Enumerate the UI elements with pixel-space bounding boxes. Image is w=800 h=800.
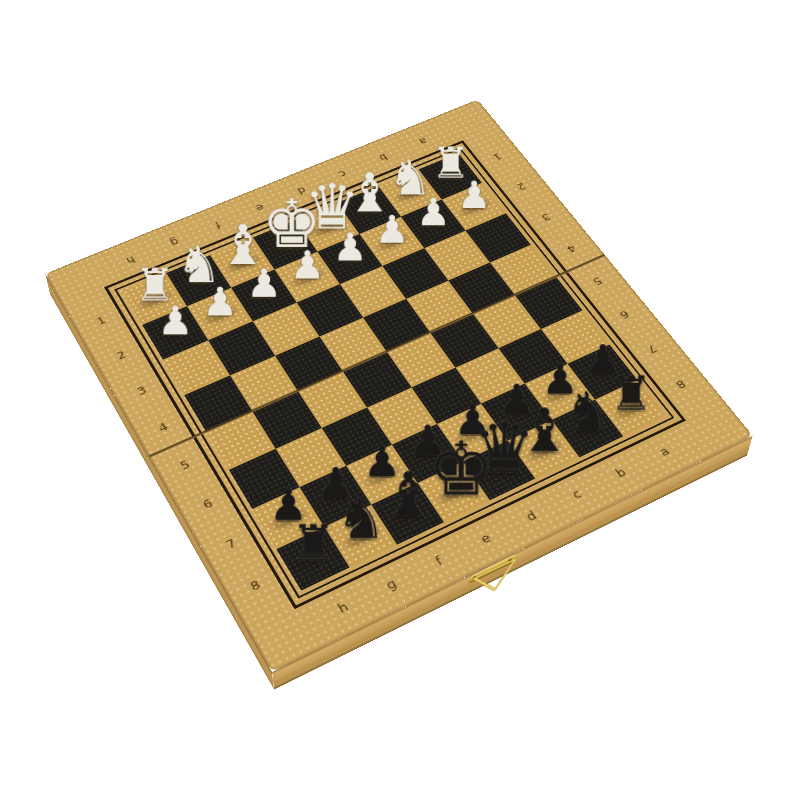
file-label-bottom-b: b bbox=[592, 453, 650, 493]
rank-label-right-6: 6 bbox=[601, 293, 648, 336]
product-photo-background: hhggffeeddccbbaa1122334455667788♜♞♝♛♚♝♞♜… bbox=[0, 0, 800, 800]
rank-label-left-4: 4 bbox=[141, 404, 185, 451]
rank-label-right-4: 4 bbox=[549, 229, 594, 269]
rank-label-right-8: 8 bbox=[656, 362, 705, 407]
chess-set-3d-scene: hhggffeeddccbbaa1122334455667788♜♞♝♛♚♝♞♜… bbox=[45, 100, 753, 673]
rank-label-right-5: 5 bbox=[574, 260, 620, 302]
file-label-bottom-a: a bbox=[636, 432, 693, 471]
rank-label-left-8: 8 bbox=[232, 559, 280, 612]
chess-board-top: hhggffeeddccbbaa1122334455667788♜♞♝♛♚♝♞♜… bbox=[45, 100, 753, 673]
rank-label-right-3: 3 bbox=[524, 198, 568, 237]
rank-label-right-7: 7 bbox=[628, 327, 676, 371]
